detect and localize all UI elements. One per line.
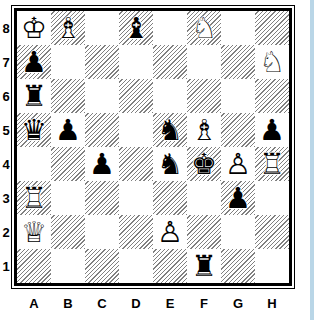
piece-white-pawn: ♟♙ (153, 215, 187, 249)
square-g6 (221, 79, 255, 113)
square-d3 (119, 181, 153, 215)
file-label-d: D (119, 293, 153, 313)
square-c8 (85, 11, 119, 45)
piece-black-pawn: ♟ (85, 147, 119, 181)
piece-outline-layer: ♗ (51, 11, 85, 45)
square-b8: ♝♗ (51, 11, 85, 45)
square-b5: ♟ (51, 113, 85, 147)
piece-white-rook: ♜♖ (17, 181, 51, 215)
square-c6 (85, 79, 119, 113)
piece-white-king: ♚♔ (17, 11, 51, 45)
piece-outline-layer: ♘ (255, 45, 289, 79)
square-h8 (255, 11, 289, 45)
square-e7 (153, 45, 187, 79)
square-b7 (51, 45, 85, 79)
piece-glyph: ♜ (17, 79, 51, 113)
square-g3: ♟ (221, 181, 255, 215)
piece-glyph: ♟ (85, 147, 119, 181)
square-c1 (85, 249, 119, 283)
square-a7: ♟ (17, 45, 51, 79)
chess-board: ♚♔♝♗♝♞♘♟♞♘♜♛♟♞♝♗♟♟♞♚♟♙♜♖♜♖♟♛♕♟♙♜ (17, 11, 289, 283)
piece-black-pawn: ♟ (221, 181, 255, 215)
piece-white-rook: ♜♖ (255, 147, 289, 181)
piece-glyph: ♞ (153, 147, 187, 181)
square-h1 (255, 249, 289, 283)
square-a1 (17, 249, 51, 283)
piece-outline-layer: ♔ (17, 11, 51, 45)
piece-glyph: ♟ (221, 181, 255, 215)
piece-outline-layer: ♖ (255, 147, 289, 181)
square-a3: ♜♖ (17, 181, 51, 215)
square-a8: ♚♔ (17, 11, 51, 45)
square-c2 (85, 215, 119, 249)
piece-white-knight: ♞♘ (187, 11, 221, 45)
square-g4: ♟♙ (221, 147, 255, 181)
square-h5: ♟ (255, 113, 289, 147)
square-a2: ♛♕ (17, 215, 51, 249)
square-h3 (255, 181, 289, 215)
square-g7 (221, 45, 255, 79)
square-e1 (153, 249, 187, 283)
piece-glyph: ♟ (255, 113, 289, 147)
image-edge-accent (310, 0, 314, 320)
square-f7 (187, 45, 221, 79)
piece-outline-layer: ♙ (221, 147, 255, 181)
file-label-a: A (17, 293, 51, 313)
piece-glyph: ♛ (17, 113, 51, 147)
piece-glyph: ♟ (17, 45, 51, 79)
square-e4: ♞ (153, 147, 187, 181)
square-e5: ♞ (153, 113, 187, 147)
square-g5 (221, 113, 255, 147)
piece-outline-layer: ♖ (17, 181, 51, 215)
square-d7 (119, 45, 153, 79)
square-h6 (255, 79, 289, 113)
piece-black-knight: ♞ (153, 113, 187, 147)
square-a4 (17, 147, 51, 181)
square-a6: ♜ (17, 79, 51, 113)
file-label-f: F (187, 293, 221, 313)
square-h7: ♞♘ (255, 45, 289, 79)
square-f3 (187, 181, 221, 215)
square-c5 (85, 113, 119, 147)
piece-white-bishop: ♝♗ (51, 11, 85, 45)
square-f6 (187, 79, 221, 113)
square-g8 (221, 11, 255, 45)
file-label-h: H (255, 293, 289, 313)
piece-black-rook: ♜ (17, 79, 51, 113)
piece-outline-layer: ♘ (187, 11, 221, 45)
square-f1: ♜ (187, 249, 221, 283)
square-e3 (153, 181, 187, 215)
square-d6 (119, 79, 153, 113)
square-h4: ♜♖ (255, 147, 289, 181)
piece-black-knight: ♞ (153, 147, 187, 181)
square-g2 (221, 215, 255, 249)
piece-black-pawn: ♟ (51, 113, 85, 147)
piece-outline-layer: ♙ (153, 215, 187, 249)
piece-glyph: ♞ (153, 113, 187, 147)
piece-black-king: ♚ (187, 147, 221, 181)
file-label-c: C (85, 293, 119, 313)
square-c7 (85, 45, 119, 79)
square-h2 (255, 215, 289, 249)
file-label-b: B (51, 293, 85, 313)
chess-diagram-image: 87654321 ♚♔♝♗♝♞♘♟♞♘♜♛♟♞♝♗♟♟♞♚♟♙♜♖♜♖♟♛♕♟♙… (0, 0, 314, 320)
square-b4 (51, 147, 85, 181)
piece-glyph: ♝ (119, 11, 153, 45)
square-e8 (153, 11, 187, 45)
square-c3 (85, 181, 119, 215)
board-frame: ♚♔♝♗♝♞♘♟♞♘♜♛♟♞♝♗♟♟♞♚♟♙♜♖♜♖♟♛♕♟♙♜ (11, 5, 295, 289)
square-f2 (187, 215, 221, 249)
square-d5 (119, 113, 153, 147)
piece-outline-layer: ♕ (17, 215, 51, 249)
file-label-e: E (153, 293, 187, 313)
square-b2 (51, 215, 85, 249)
piece-black-pawn: ♟ (17, 45, 51, 79)
piece-outline-layer: ♗ (187, 113, 221, 147)
piece-black-queen: ♛ (17, 113, 51, 147)
square-f4: ♚ (187, 147, 221, 181)
square-d2 (119, 215, 153, 249)
piece-black-rook: ♜ (187, 249, 221, 283)
piece-black-pawn: ♟ (255, 113, 289, 147)
square-c4: ♟ (85, 147, 119, 181)
piece-white-pawn: ♟♙ (221, 147, 255, 181)
square-b1 (51, 249, 85, 283)
piece-white-queen: ♛♕ (17, 215, 51, 249)
square-f5: ♝♗ (187, 113, 221, 147)
square-a5: ♛ (17, 113, 51, 147)
square-b6 (51, 79, 85, 113)
square-d1 (119, 249, 153, 283)
piece-glyph: ♜ (187, 249, 221, 283)
piece-black-bishop: ♝ (119, 11, 153, 45)
piece-white-bishop: ♝♗ (187, 113, 221, 147)
square-e2: ♟♙ (153, 215, 187, 249)
square-d4 (119, 147, 153, 181)
square-g1 (221, 249, 255, 283)
piece-glyph: ♟ (51, 113, 85, 147)
square-d8: ♝ (119, 11, 153, 45)
file-label-g: G (221, 293, 255, 313)
piece-glyph: ♚ (187, 147, 221, 181)
board-inner-frame: ♚♔♝♗♝♞♘♟♞♘♜♛♟♞♝♗♟♟♞♚♟♙♜♖♜♖♟♛♕♟♙♜ (14, 8, 292, 286)
square-f8: ♞♘ (187, 11, 221, 45)
file-labels: ABCDEFGH (17, 293, 289, 313)
square-b3 (51, 181, 85, 215)
piece-white-knight: ♞♘ (255, 45, 289, 79)
square-e6 (153, 79, 187, 113)
